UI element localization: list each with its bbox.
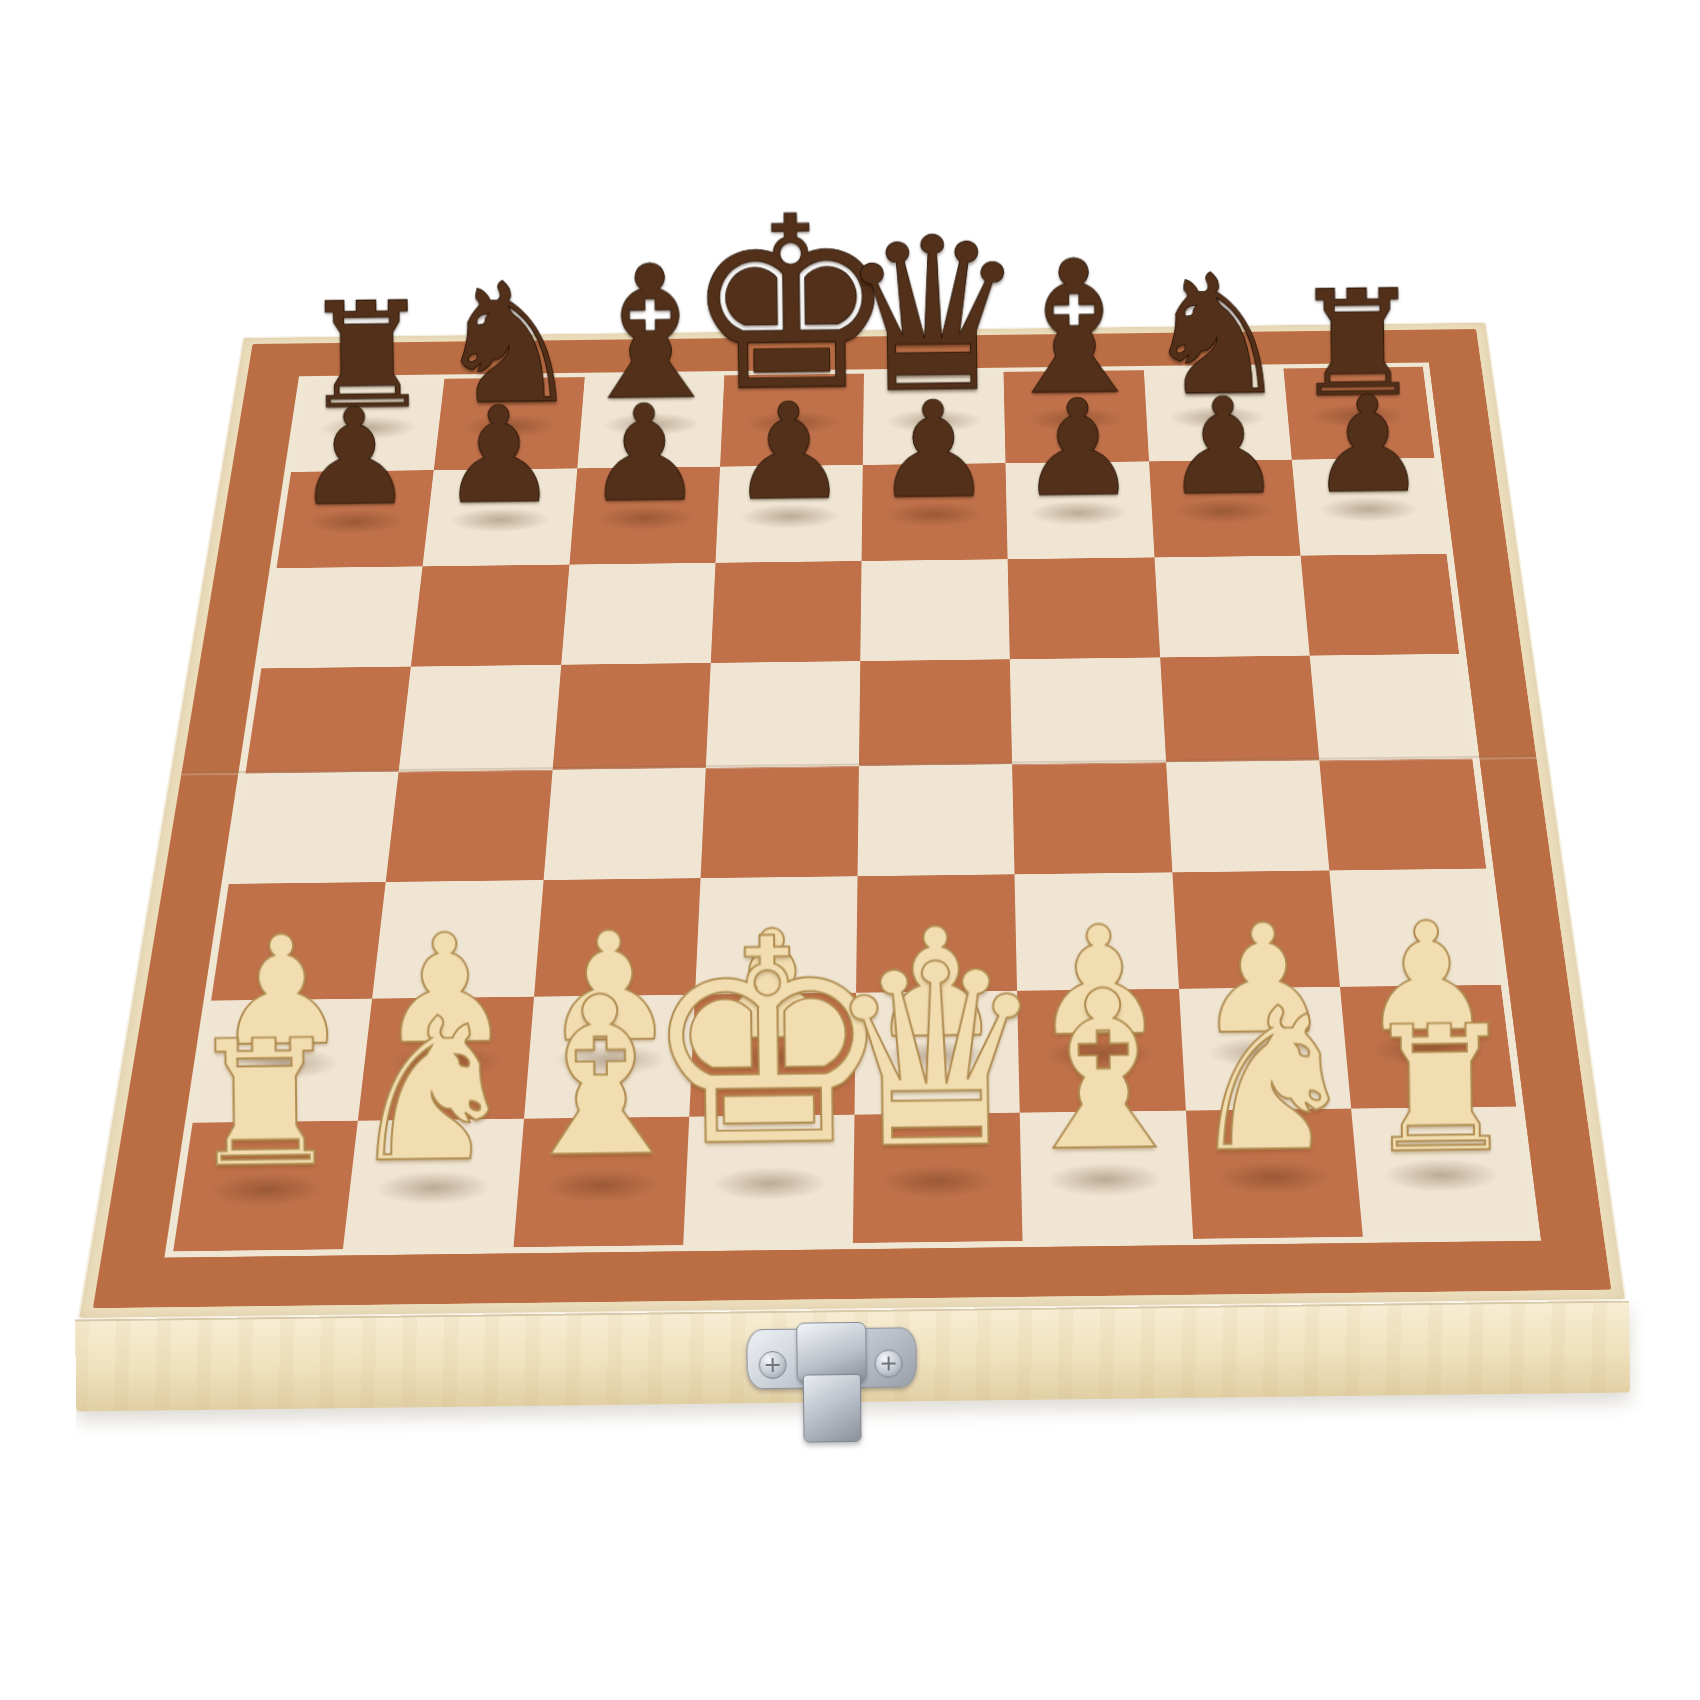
square-d4[interactable] bbox=[700, 766, 859, 878]
square-b3[interactable] bbox=[372, 880, 543, 998]
square-a2[interactable] bbox=[193, 998, 373, 1122]
board-grid bbox=[173, 367, 1532, 1252]
square-g3[interactable] bbox=[1172, 871, 1340, 989]
square-g6[interactable] bbox=[1154, 555, 1309, 657]
square-e2[interactable] bbox=[854, 990, 1019, 1114]
square-f5[interactable] bbox=[1010, 657, 1166, 764]
square-e3[interactable] bbox=[856, 874, 1017, 992]
square-a5[interactable] bbox=[245, 666, 411, 773]
square-e4[interactable] bbox=[858, 764, 1015, 876]
square-d8[interactable] bbox=[720, 374, 864, 467]
square-f8[interactable] bbox=[1004, 370, 1149, 463]
square-g2[interactable] bbox=[1178, 986, 1350, 1110]
square-f7[interactable] bbox=[1006, 462, 1154, 559]
square-b4[interactable] bbox=[386, 770, 552, 882]
square-g5[interactable] bbox=[1160, 655, 1319, 762]
square-f4[interactable] bbox=[1012, 762, 1172, 874]
square-c1[interactable] bbox=[513, 1116, 689, 1247]
square-g8[interactable] bbox=[1143, 368, 1291, 461]
square-c4[interactable] bbox=[543, 768, 705, 880]
square-h4[interactable] bbox=[1319, 759, 1486, 871]
square-b2[interactable] bbox=[358, 996, 533, 1120]
square-a8[interactable] bbox=[291, 379, 445, 472]
square-c3[interactable] bbox=[534, 878, 701, 996]
square-b8[interactable] bbox=[434, 377, 584, 470]
square-h2[interactable] bbox=[1340, 985, 1517, 1109]
square-e5[interactable] bbox=[859, 659, 1012, 766]
folding-chess-board: ♜♞♝♚♛♝♞♜♟♟♟♟♟♟♟♟♟♟♟♟♟♟♟♟♜♞♝♚♛♝♞♜ bbox=[77, 322, 1627, 1320]
board-scene: ♜♞♝♚♛♝♞♜♟♟♟♟♟♟♟♟♟♟♟♟♟♟♟♟♜♞♝♚♛♝♞♜ bbox=[58, 0, 1627, 1319]
square-a4[interactable] bbox=[229, 772, 399, 884]
square-g1[interactable] bbox=[1185, 1108, 1362, 1239]
square-a6[interactable] bbox=[261, 566, 422, 668]
square-b6[interactable] bbox=[411, 564, 569, 666]
square-b7[interactable] bbox=[423, 469, 577, 567]
square-d7[interactable] bbox=[715, 465, 862, 562]
square-c7[interactable] bbox=[569, 467, 720, 565]
square-f6[interactable] bbox=[1008, 557, 1160, 659]
square-a1[interactable] bbox=[173, 1121, 358, 1252]
square-e6[interactable] bbox=[860, 559, 1010, 661]
square-e7[interactable] bbox=[862, 463, 1008, 560]
square-d2[interactable] bbox=[689, 992, 856, 1116]
square-h5[interactable] bbox=[1309, 654, 1472, 761]
square-c8[interactable] bbox=[577, 375, 724, 468]
square-c5[interactable] bbox=[552, 663, 710, 770]
square-e1[interactable] bbox=[853, 1112, 1023, 1243]
square-b5[interactable] bbox=[399, 665, 561, 772]
square-h8[interactable] bbox=[1283, 367, 1434, 460]
square-f3[interactable] bbox=[1015, 873, 1179, 991]
square-b1[interactable] bbox=[343, 1119, 523, 1250]
square-d3[interactable] bbox=[695, 876, 858, 994]
clasp-tab bbox=[803, 1374, 862, 1443]
square-a3[interactable] bbox=[211, 882, 386, 1000]
square-h7[interactable] bbox=[1292, 458, 1447, 555]
box-front-face bbox=[75, 1301, 1630, 1412]
square-f2[interactable] bbox=[1017, 988, 1185, 1112]
square-d5[interactable] bbox=[706, 661, 861, 768]
chess-set-photo: ♜♞♝♚♛♝♞♜♟♟♟♟♟♟♟♟♟♟♟♟♟♟♟♟♜♞♝♚♛♝♞♜ bbox=[0, 0, 1700, 1700]
square-f1[interactable] bbox=[1020, 1110, 1193, 1241]
square-e8[interactable] bbox=[863, 372, 1006, 465]
square-a7[interactable] bbox=[277, 470, 434, 568]
square-h3[interactable] bbox=[1329, 869, 1501, 987]
square-g4[interactable] bbox=[1166, 760, 1329, 872]
square-d6[interactable] bbox=[711, 561, 862, 663]
square-c2[interactable] bbox=[524, 994, 695, 1118]
square-d1[interactable] bbox=[683, 1114, 855, 1245]
square-c6[interactable] bbox=[561, 563, 715, 665]
square-h1[interactable] bbox=[1351, 1106, 1533, 1237]
square-g7[interactable] bbox=[1149, 460, 1301, 557]
square-h6[interactable] bbox=[1300, 554, 1459, 656]
